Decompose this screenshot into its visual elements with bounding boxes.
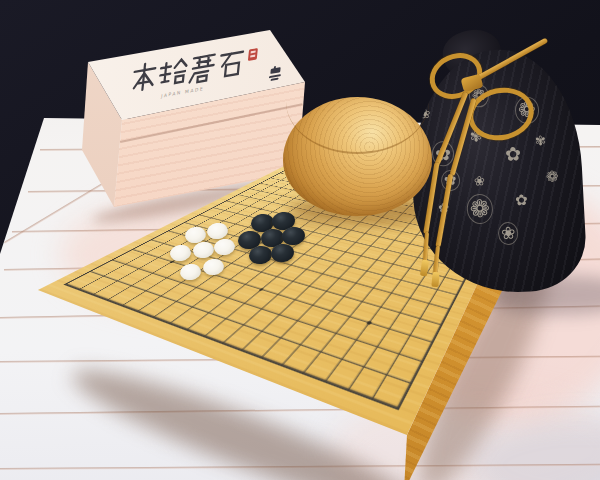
- stones-layer: ●●●●●●●●●●●●●●: [0, 0, 600, 480]
- white-stone: ●: [212, 238, 235, 257]
- white-stone: ●: [201, 258, 224, 277]
- white-stone: ●: [205, 222, 228, 241]
- white-stone: ●: [168, 244, 191, 263]
- scene: 本蛤碁石 JAPAN MADE: [0, 0, 600, 480]
- white-stone: ●: [191, 241, 214, 260]
- white-stone: ●: [178, 263, 201, 282]
